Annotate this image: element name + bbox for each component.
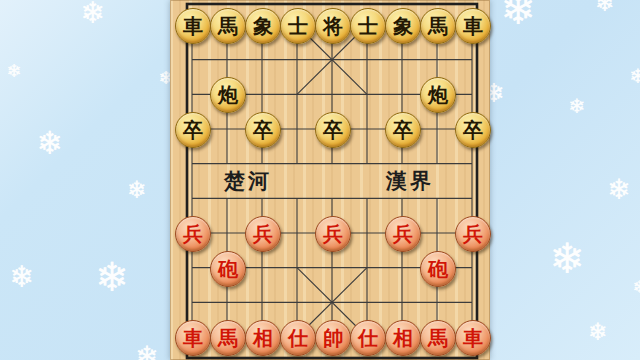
- snowflake-icon: ❄: [632, 278, 640, 296]
- piece-gold-車[interactable]: 車: [175, 8, 211, 44]
- pieces-layer: 車馬象士将士象馬車炮炮卒卒卒卒卒兵兵兵兵兵砲砲車馬相仕帥仕相馬車: [170, 0, 490, 360]
- snowflake-icon: ❄: [588, 320, 608, 344]
- xiangqi-board[interactable]: 楚河 漢界 車馬象士将士象馬車炮炮卒卒卒卒卒兵兵兵兵兵砲砲車馬相仕帥仕相馬車: [170, 0, 490, 360]
- snowflake-icon: ❄: [630, 66, 640, 86]
- piece-red-帥[interactable]: 帥: [315, 320, 351, 356]
- snowflake-icon: ❄: [6, 62, 21, 80]
- piece-red-馬[interactable]: 馬: [210, 320, 246, 356]
- piece-gold-炮[interactable]: 炮: [210, 77, 246, 113]
- app-screen: ❄❄❄❄❄❄❄❄❄❄❄❄❄❄❄❄❄: [0, 0, 640, 360]
- piece-gold-象[interactable]: 象: [385, 8, 421, 44]
- snowflake-icon: ❄: [569, 96, 586, 116]
- piece-red-相[interactable]: 相: [385, 320, 421, 356]
- piece-red-兵[interactable]: 兵: [315, 216, 351, 252]
- piece-red-仕[interactable]: 仕: [280, 320, 316, 356]
- piece-red-馬[interactable]: 馬: [420, 320, 456, 356]
- piece-gold-卒[interactable]: 卒: [315, 112, 351, 148]
- piece-red-砲[interactable]: 砲: [420, 251, 456, 287]
- snowflake-icon: ❄: [127, 178, 147, 202]
- piece-red-砲[interactable]: 砲: [210, 251, 246, 287]
- piece-gold-炮[interactable]: 炮: [420, 77, 456, 113]
- piece-gold-卒[interactable]: 卒: [385, 112, 421, 148]
- piece-gold-士[interactable]: 士: [280, 8, 316, 44]
- piece-red-車[interactable]: 車: [175, 320, 211, 356]
- snowflake-icon: ❄: [37, 127, 64, 159]
- piece-red-車[interactable]: 車: [455, 320, 491, 356]
- piece-gold-士[interactable]: 士: [350, 8, 386, 44]
- piece-gold-象[interactable]: 象: [245, 8, 281, 44]
- snowflake-icon: ❄: [607, 176, 630, 204]
- piece-gold-馬[interactable]: 馬: [210, 8, 246, 44]
- piece-gold-卒[interactable]: 卒: [245, 112, 281, 148]
- piece-red-兵[interactable]: 兵: [455, 216, 491, 252]
- piece-gold-卒[interactable]: 卒: [175, 112, 211, 148]
- piece-red-兵[interactable]: 兵: [175, 216, 211, 252]
- piece-gold-車[interactable]: 車: [455, 8, 491, 44]
- piece-gold-馬[interactable]: 馬: [420, 8, 456, 44]
- piece-red-兵[interactable]: 兵: [385, 216, 421, 252]
- snowflake-icon: ❄: [595, 0, 615, 15]
- piece-red-兵[interactable]: 兵: [245, 216, 281, 252]
- snowflake-icon: ❄: [500, 0, 535, 31]
- snowflake-icon: ❄: [80, 0, 105, 28]
- piece-red-仕[interactable]: 仕: [350, 320, 386, 356]
- piece-gold-将[interactable]: 将: [315, 8, 351, 44]
- snowflake-icon: ❄: [135, 343, 158, 360]
- piece-gold-卒[interactable]: 卒: [455, 112, 491, 148]
- piece-red-相[interactable]: 相: [245, 320, 281, 356]
- snowflake-icon: ❄: [549, 238, 584, 280]
- snowflake-icon: ❄: [95, 257, 129, 297]
- snowflake-icon: ❄: [9, 262, 34, 292]
